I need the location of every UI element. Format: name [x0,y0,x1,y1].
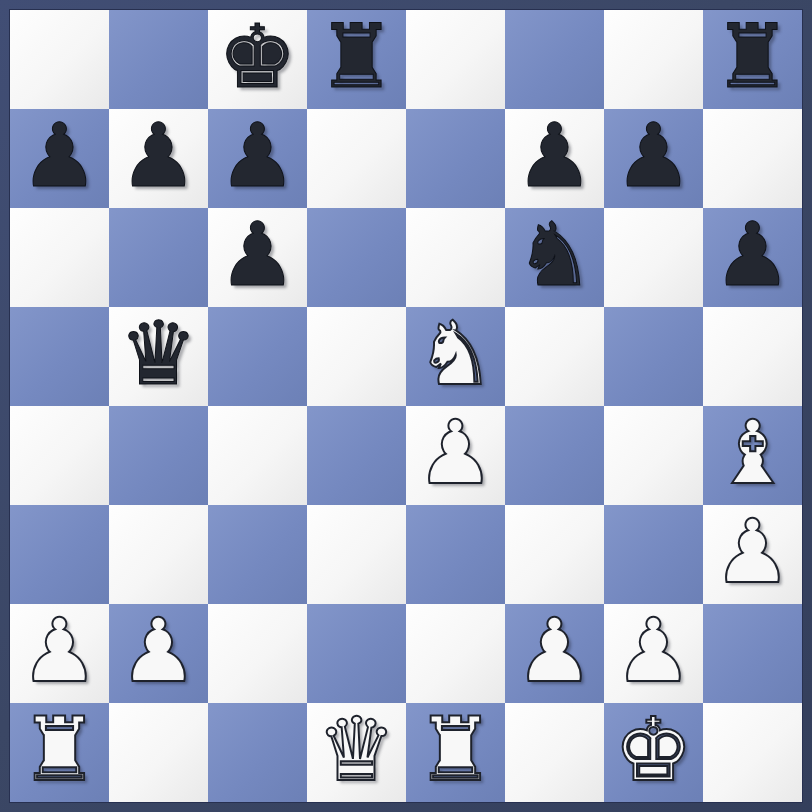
square-h4[interactable]: ♝ [703,406,802,505]
square-e2[interactable] [406,604,505,703]
square-f8[interactable] [505,10,604,109]
square-b8[interactable] [109,10,208,109]
square-f5[interactable] [505,307,604,406]
square-h3[interactable]: ♟ [703,505,802,604]
square-e4[interactable]: ♟ [406,406,505,505]
square-c6[interactable]: ♟ [208,208,307,307]
square-f4[interactable] [505,406,604,505]
square-c3[interactable] [208,505,307,604]
black-pawn[interactable]: ♟ [614,112,693,200]
square-e7[interactable] [406,109,505,208]
white-queen[interactable]: ♛ [317,706,396,794]
square-g3[interactable] [604,505,703,604]
black-rook[interactable]: ♜ [713,13,792,101]
square-g1[interactable]: ♚ [604,703,703,802]
square-d1[interactable]: ♛ [307,703,406,802]
square-a1[interactable]: ♜ [10,703,109,802]
square-b3[interactable] [109,505,208,604]
black-pawn[interactable]: ♟ [20,112,99,200]
square-d7[interactable] [307,109,406,208]
square-h8[interactable]: ♜ [703,10,802,109]
square-h7[interactable] [703,109,802,208]
square-f1[interactable] [505,703,604,802]
square-g8[interactable] [604,10,703,109]
black-pawn[interactable]: ♟ [218,112,297,200]
square-a8[interactable] [10,10,109,109]
square-h2[interactable] [703,604,802,703]
black-pawn[interactable]: ♟ [515,112,594,200]
square-f3[interactable] [505,505,604,604]
square-a3[interactable] [10,505,109,604]
square-f6[interactable]: ♞ [505,208,604,307]
black-king[interactable]: ♚ [218,13,297,101]
white-king[interactable]: ♚ [614,706,693,794]
white-pawn[interactable]: ♟ [20,607,99,695]
black-pawn[interactable]: ♟ [218,211,297,299]
board-frame: ♚♜♜♟♟♟♟♟♟♞♟♛♞♟♝♟♟♟♟♟♜♛♜♚ [0,0,812,812]
square-a6[interactable] [10,208,109,307]
square-h1[interactable] [703,703,802,802]
black-rook[interactable]: ♜ [317,13,396,101]
square-h6[interactable]: ♟ [703,208,802,307]
square-g4[interactable] [604,406,703,505]
square-a5[interactable] [10,307,109,406]
square-g5[interactable] [604,307,703,406]
black-knight[interactable]: ♞ [515,211,594,299]
square-e3[interactable] [406,505,505,604]
square-g6[interactable] [604,208,703,307]
white-pawn[interactable]: ♟ [515,607,594,695]
square-e6[interactable] [406,208,505,307]
white-pawn[interactable]: ♟ [713,508,792,596]
square-g2[interactable]: ♟ [604,604,703,703]
square-d2[interactable] [307,604,406,703]
white-knight[interactable]: ♞ [416,310,495,398]
square-b6[interactable] [109,208,208,307]
square-c1[interactable] [208,703,307,802]
square-a4[interactable] [10,406,109,505]
white-rook[interactable]: ♜ [416,706,495,794]
square-e5[interactable]: ♞ [406,307,505,406]
square-b5[interactable]: ♛ [109,307,208,406]
black-pawn[interactable]: ♟ [119,112,198,200]
chess-board: ♚♜♜♟♟♟♟♟♟♞♟♛♞♟♝♟♟♟♟♟♜♛♜♚ [10,10,802,802]
white-pawn[interactable]: ♟ [614,607,693,695]
square-f7[interactable]: ♟ [505,109,604,208]
square-c5[interactable] [208,307,307,406]
square-g7[interactable]: ♟ [604,109,703,208]
square-a7[interactable]: ♟ [10,109,109,208]
square-d3[interactable] [307,505,406,604]
white-rook[interactable]: ♜ [20,706,99,794]
black-pawn[interactable]: ♟ [713,211,792,299]
square-f2[interactable]: ♟ [505,604,604,703]
square-e8[interactable] [406,10,505,109]
square-b4[interactable] [109,406,208,505]
white-pawn[interactable]: ♟ [119,607,198,695]
square-d5[interactable] [307,307,406,406]
square-c8[interactable]: ♚ [208,10,307,109]
square-c7[interactable]: ♟ [208,109,307,208]
square-c4[interactable] [208,406,307,505]
white-pawn[interactable]: ♟ [416,409,495,497]
square-c2[interactable] [208,604,307,703]
square-a2[interactable]: ♟ [10,604,109,703]
white-bishop[interactable]: ♝ [713,409,792,497]
square-d6[interactable] [307,208,406,307]
square-b2[interactable]: ♟ [109,604,208,703]
black-queen[interactable]: ♛ [119,310,198,398]
square-b1[interactable] [109,703,208,802]
square-d4[interactable] [307,406,406,505]
square-h5[interactable] [703,307,802,406]
square-e1[interactable]: ♜ [406,703,505,802]
square-b7[interactable]: ♟ [109,109,208,208]
square-d8[interactable]: ♜ [307,10,406,109]
